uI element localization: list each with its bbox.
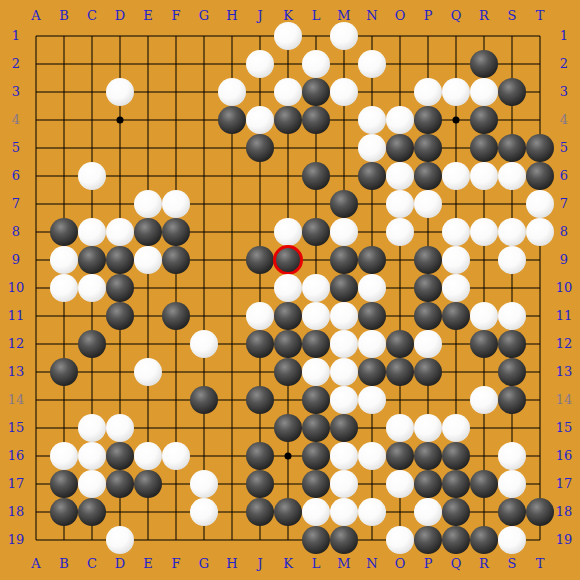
intersection-P8[interactable] xyxy=(414,218,442,246)
intersection-S11[interactable] xyxy=(498,302,526,330)
intersection-R12[interactable] xyxy=(470,330,498,358)
intersection-L16[interactable] xyxy=(302,442,330,470)
intersection-O9[interactable] xyxy=(386,246,414,274)
intersection-P6[interactable] xyxy=(414,162,442,190)
intersection-A9[interactable] xyxy=(22,246,50,274)
intersection-Q16[interactable] xyxy=(442,442,470,470)
intersection-T6[interactable] xyxy=(526,162,554,190)
intersection-M9[interactable] xyxy=(330,246,358,274)
intersection-N8[interactable] xyxy=(358,218,386,246)
intersection-M2[interactable] xyxy=(330,50,358,78)
intersection-S18[interactable] xyxy=(498,498,526,526)
intersection-K14[interactable] xyxy=(274,386,302,414)
intersection-H13[interactable] xyxy=(218,358,246,386)
intersection-B7[interactable] xyxy=(50,190,78,218)
intersection-G9[interactable] xyxy=(190,246,218,274)
intersection-Q7[interactable] xyxy=(442,190,470,218)
intersection-S10[interactable] xyxy=(498,274,526,302)
intersection-O7[interactable] xyxy=(386,190,414,218)
intersection-H19[interactable] xyxy=(218,526,246,554)
intersection-R15[interactable] xyxy=(470,414,498,442)
intersection-H11[interactable] xyxy=(218,302,246,330)
intersection-E2[interactable] xyxy=(134,50,162,78)
intersection-H12[interactable] xyxy=(218,330,246,358)
intersection-Q4[interactable] xyxy=(442,106,470,134)
intersection-L3[interactable] xyxy=(302,78,330,106)
intersection-J11[interactable] xyxy=(246,302,274,330)
intersection-N4[interactable] xyxy=(358,106,386,134)
intersection-N18[interactable] xyxy=(358,498,386,526)
intersection-K7[interactable] xyxy=(274,190,302,218)
intersection-B18[interactable] xyxy=(50,498,78,526)
intersection-C7[interactable] xyxy=(78,190,106,218)
intersection-H9[interactable] xyxy=(218,246,246,274)
intersection-F10[interactable] xyxy=(162,274,190,302)
intersection-C13[interactable] xyxy=(78,358,106,386)
intersection-M10[interactable] xyxy=(330,274,358,302)
intersection-H14[interactable] xyxy=(218,386,246,414)
intersection-D15[interactable] xyxy=(106,414,134,442)
intersection-G8[interactable] xyxy=(190,218,218,246)
intersection-Q2[interactable] xyxy=(442,50,470,78)
intersection-J7[interactable] xyxy=(246,190,274,218)
intersection-B11[interactable] xyxy=(50,302,78,330)
intersection-A5[interactable] xyxy=(22,134,50,162)
intersection-R4[interactable] xyxy=(470,106,498,134)
intersection-E13[interactable] xyxy=(134,358,162,386)
intersection-P4[interactable] xyxy=(414,106,442,134)
intersection-J16[interactable] xyxy=(246,442,274,470)
intersection-J10[interactable] xyxy=(246,274,274,302)
intersection-B16[interactable] xyxy=(50,442,78,470)
intersection-E6[interactable] xyxy=(134,162,162,190)
intersection-N11[interactable] xyxy=(358,302,386,330)
intersection-T17[interactable] xyxy=(526,470,554,498)
intersection-J13[interactable] xyxy=(246,358,274,386)
intersection-J18[interactable] xyxy=(246,498,274,526)
intersection-A19[interactable] xyxy=(22,526,50,554)
intersection-A4[interactable] xyxy=(22,106,50,134)
intersection-C10[interactable] xyxy=(78,274,106,302)
intersection-L12[interactable] xyxy=(302,330,330,358)
intersection-G12[interactable] xyxy=(190,330,218,358)
intersection-R6[interactable] xyxy=(470,162,498,190)
intersection-T10[interactable] xyxy=(526,274,554,302)
intersection-J8[interactable] xyxy=(246,218,274,246)
intersection-M18[interactable] xyxy=(330,498,358,526)
intersection-B5[interactable] xyxy=(50,134,78,162)
intersection-F3[interactable] xyxy=(162,78,190,106)
intersection-J6[interactable] xyxy=(246,162,274,190)
intersection-F8[interactable] xyxy=(162,218,190,246)
intersection-S7[interactable] xyxy=(498,190,526,218)
intersection-M7[interactable] xyxy=(330,190,358,218)
intersection-Q14[interactable] xyxy=(442,386,470,414)
intersection-Q19[interactable] xyxy=(442,526,470,554)
intersection-R16[interactable] xyxy=(470,442,498,470)
intersection-H16[interactable] xyxy=(218,442,246,470)
intersection-K4[interactable] xyxy=(274,106,302,134)
intersection-J19[interactable] xyxy=(246,526,274,554)
intersection-A3[interactable] xyxy=(22,78,50,106)
intersection-C11[interactable] xyxy=(78,302,106,330)
intersection-D10[interactable] xyxy=(106,274,134,302)
intersection-C9[interactable] xyxy=(78,246,106,274)
intersection-E14[interactable] xyxy=(134,386,162,414)
intersection-L2[interactable] xyxy=(302,50,330,78)
intersection-M8[interactable] xyxy=(330,218,358,246)
intersection-F11[interactable] xyxy=(162,302,190,330)
intersection-P18[interactable] xyxy=(414,498,442,526)
intersection-F16[interactable] xyxy=(162,442,190,470)
intersection-T19[interactable] xyxy=(526,526,554,554)
intersection-S1[interactable] xyxy=(498,22,526,50)
intersection-S12[interactable] xyxy=(498,330,526,358)
intersection-N2[interactable] xyxy=(358,50,386,78)
intersection-N10[interactable] xyxy=(358,274,386,302)
intersection-K9[interactable] xyxy=(274,246,302,274)
intersection-J15[interactable] xyxy=(246,414,274,442)
intersection-G2[interactable] xyxy=(190,50,218,78)
intersection-F17[interactable] xyxy=(162,470,190,498)
intersection-G17[interactable] xyxy=(190,470,218,498)
intersection-P17[interactable] xyxy=(414,470,442,498)
intersection-K2[interactable] xyxy=(274,50,302,78)
intersection-L15[interactable] xyxy=(302,414,330,442)
intersection-O2[interactable] xyxy=(386,50,414,78)
intersection-M16[interactable] xyxy=(330,442,358,470)
intersection-Q9[interactable] xyxy=(442,246,470,274)
intersection-P15[interactable] xyxy=(414,414,442,442)
intersection-O3[interactable] xyxy=(386,78,414,106)
intersection-T3[interactable] xyxy=(526,78,554,106)
intersection-A18[interactable] xyxy=(22,498,50,526)
intersection-P7[interactable] xyxy=(414,190,442,218)
intersection-O4[interactable] xyxy=(386,106,414,134)
intersection-L9[interactable] xyxy=(302,246,330,274)
intersection-T5[interactable] xyxy=(526,134,554,162)
intersection-N13[interactable] xyxy=(358,358,386,386)
intersection-N17[interactable] xyxy=(358,470,386,498)
intersection-A17[interactable] xyxy=(22,470,50,498)
intersection-K1[interactable] xyxy=(274,22,302,50)
intersection-E5[interactable] xyxy=(134,134,162,162)
intersection-M13[interactable] xyxy=(330,358,358,386)
intersection-L1[interactable] xyxy=(302,22,330,50)
intersection-R2[interactable] xyxy=(470,50,498,78)
intersection-Q6[interactable] xyxy=(442,162,470,190)
intersection-E18[interactable] xyxy=(134,498,162,526)
intersection-G11[interactable] xyxy=(190,302,218,330)
intersection-T14[interactable] xyxy=(526,386,554,414)
intersection-S15[interactable] xyxy=(498,414,526,442)
intersection-B13[interactable] xyxy=(50,358,78,386)
intersection-O11[interactable] xyxy=(386,302,414,330)
intersection-D17[interactable] xyxy=(106,470,134,498)
intersection-D14[interactable] xyxy=(106,386,134,414)
intersection-T13[interactable] xyxy=(526,358,554,386)
intersection-R17[interactable] xyxy=(470,470,498,498)
intersection-T15[interactable] xyxy=(526,414,554,442)
intersection-K3[interactable] xyxy=(274,78,302,106)
intersection-Q18[interactable] xyxy=(442,498,470,526)
intersection-A6[interactable] xyxy=(22,162,50,190)
intersection-T7[interactable] xyxy=(526,190,554,218)
intersection-K5[interactable] xyxy=(274,134,302,162)
intersection-K8[interactable] xyxy=(274,218,302,246)
intersection-Q17[interactable] xyxy=(442,470,470,498)
intersection-G6[interactable] xyxy=(190,162,218,190)
intersection-O17[interactable] xyxy=(386,470,414,498)
intersection-C15[interactable] xyxy=(78,414,106,442)
intersection-F2[interactable] xyxy=(162,50,190,78)
intersection-A15[interactable] xyxy=(22,414,50,442)
intersection-G15[interactable] xyxy=(190,414,218,442)
intersection-D16[interactable] xyxy=(106,442,134,470)
intersection-B9[interactable] xyxy=(50,246,78,274)
intersection-K6[interactable] xyxy=(274,162,302,190)
intersection-T11[interactable] xyxy=(526,302,554,330)
intersection-O8[interactable] xyxy=(386,218,414,246)
intersection-B4[interactable] xyxy=(50,106,78,134)
intersection-C1[interactable] xyxy=(78,22,106,50)
intersection-H7[interactable] xyxy=(218,190,246,218)
intersection-N3[interactable] xyxy=(358,78,386,106)
intersection-E19[interactable] xyxy=(134,526,162,554)
intersection-J5[interactable] xyxy=(246,134,274,162)
intersection-S5[interactable] xyxy=(498,134,526,162)
intersection-G4[interactable] xyxy=(190,106,218,134)
intersection-G5[interactable] xyxy=(190,134,218,162)
intersection-N9[interactable] xyxy=(358,246,386,274)
intersection-R8[interactable] xyxy=(470,218,498,246)
intersection-T9[interactable] xyxy=(526,246,554,274)
intersection-A10[interactable] xyxy=(22,274,50,302)
intersection-O18[interactable] xyxy=(386,498,414,526)
intersection-F18[interactable] xyxy=(162,498,190,526)
intersection-L13[interactable] xyxy=(302,358,330,386)
intersection-S2[interactable] xyxy=(498,50,526,78)
intersection-S4[interactable] xyxy=(498,106,526,134)
intersection-S6[interactable] xyxy=(498,162,526,190)
intersection-B17[interactable] xyxy=(50,470,78,498)
intersection-C17[interactable] xyxy=(78,470,106,498)
intersection-A7[interactable] xyxy=(22,190,50,218)
intersection-S9[interactable] xyxy=(498,246,526,274)
intersection-F12[interactable] xyxy=(162,330,190,358)
intersection-G14[interactable] xyxy=(190,386,218,414)
intersection-C14[interactable] xyxy=(78,386,106,414)
intersection-L11[interactable] xyxy=(302,302,330,330)
intersection-F6[interactable] xyxy=(162,162,190,190)
intersection-G19[interactable] xyxy=(190,526,218,554)
intersection-D1[interactable] xyxy=(106,22,134,50)
intersection-N14[interactable] xyxy=(358,386,386,414)
intersection-E4[interactable] xyxy=(134,106,162,134)
intersection-H8[interactable] xyxy=(218,218,246,246)
intersection-K15[interactable] xyxy=(274,414,302,442)
intersection-J12[interactable] xyxy=(246,330,274,358)
intersection-D2[interactable] xyxy=(106,50,134,78)
intersection-R7[interactable] xyxy=(470,190,498,218)
intersection-T4[interactable] xyxy=(526,106,554,134)
intersection-J2[interactable] xyxy=(246,50,274,78)
intersection-D19[interactable] xyxy=(106,526,134,554)
intersection-D8[interactable] xyxy=(106,218,134,246)
intersection-F13[interactable] xyxy=(162,358,190,386)
intersection-G10[interactable] xyxy=(190,274,218,302)
intersection-N12[interactable] xyxy=(358,330,386,358)
intersection-C12[interactable] xyxy=(78,330,106,358)
intersection-D18[interactable] xyxy=(106,498,134,526)
intersection-T16[interactable] xyxy=(526,442,554,470)
intersection-B6[interactable] xyxy=(50,162,78,190)
intersection-D9[interactable] xyxy=(106,246,134,274)
intersection-E10[interactable] xyxy=(134,274,162,302)
intersection-L10[interactable] xyxy=(302,274,330,302)
intersection-E1[interactable] xyxy=(134,22,162,50)
intersection-S8[interactable] xyxy=(498,218,526,246)
intersection-M1[interactable] xyxy=(330,22,358,50)
intersection-M5[interactable] xyxy=(330,134,358,162)
intersection-E15[interactable] xyxy=(134,414,162,442)
intersection-F9[interactable] xyxy=(162,246,190,274)
intersection-Q1[interactable] xyxy=(442,22,470,50)
intersection-K13[interactable] xyxy=(274,358,302,386)
intersection-O15[interactable] xyxy=(386,414,414,442)
intersection-Q12[interactable] xyxy=(442,330,470,358)
intersection-L14[interactable] xyxy=(302,386,330,414)
intersection-E8[interactable] xyxy=(134,218,162,246)
intersection-M15[interactable] xyxy=(330,414,358,442)
intersection-B1[interactable] xyxy=(50,22,78,50)
intersection-L7[interactable] xyxy=(302,190,330,218)
intersection-F1[interactable] xyxy=(162,22,190,50)
intersection-B19[interactable] xyxy=(50,526,78,554)
intersection-A14[interactable] xyxy=(22,386,50,414)
intersection-A2[interactable] xyxy=(22,50,50,78)
intersection-E17[interactable] xyxy=(134,470,162,498)
intersection-P13[interactable] xyxy=(414,358,442,386)
intersection-P14[interactable] xyxy=(414,386,442,414)
intersection-O13[interactable] xyxy=(386,358,414,386)
intersection-K16[interactable] xyxy=(274,442,302,470)
intersection-N7[interactable] xyxy=(358,190,386,218)
intersection-H2[interactable] xyxy=(218,50,246,78)
intersection-T8[interactable] xyxy=(526,218,554,246)
intersection-T12[interactable] xyxy=(526,330,554,358)
intersection-E9[interactable] xyxy=(134,246,162,274)
intersection-P2[interactable] xyxy=(414,50,442,78)
intersection-O1[interactable] xyxy=(386,22,414,50)
intersection-M3[interactable] xyxy=(330,78,358,106)
intersection-M11[interactable] xyxy=(330,302,358,330)
intersection-N16[interactable] xyxy=(358,442,386,470)
intersection-C8[interactable] xyxy=(78,218,106,246)
intersection-A16[interactable] xyxy=(22,442,50,470)
intersection-P9[interactable] xyxy=(414,246,442,274)
intersection-O12[interactable] xyxy=(386,330,414,358)
intersection-G13[interactable] xyxy=(190,358,218,386)
intersection-S17[interactable] xyxy=(498,470,526,498)
intersection-L4[interactable] xyxy=(302,106,330,134)
intersection-R14[interactable] xyxy=(470,386,498,414)
intersection-E7[interactable] xyxy=(134,190,162,218)
intersection-B14[interactable] xyxy=(50,386,78,414)
intersection-D3[interactable] xyxy=(106,78,134,106)
intersection-N19[interactable] xyxy=(358,526,386,554)
intersection-K19[interactable] xyxy=(274,526,302,554)
intersection-Q3[interactable] xyxy=(442,78,470,106)
intersection-D4[interactable] xyxy=(106,106,134,134)
intersection-H15[interactable] xyxy=(218,414,246,442)
intersection-P3[interactable] xyxy=(414,78,442,106)
intersection-Q8[interactable] xyxy=(442,218,470,246)
intersection-R1[interactable] xyxy=(470,22,498,50)
intersection-Q11[interactable] xyxy=(442,302,470,330)
intersection-L17[interactable] xyxy=(302,470,330,498)
intersection-T18[interactable] xyxy=(526,498,554,526)
intersection-M4[interactable] xyxy=(330,106,358,134)
intersection-F15[interactable] xyxy=(162,414,190,442)
intersection-C18[interactable] xyxy=(78,498,106,526)
intersection-H4[interactable] xyxy=(218,106,246,134)
intersection-T2[interactable] xyxy=(526,50,554,78)
intersection-E12[interactable] xyxy=(134,330,162,358)
intersection-P1[interactable] xyxy=(414,22,442,50)
intersection-F14[interactable] xyxy=(162,386,190,414)
intersection-P19[interactable] xyxy=(414,526,442,554)
intersection-G16[interactable] xyxy=(190,442,218,470)
intersection-P11[interactable] xyxy=(414,302,442,330)
intersection-O10[interactable] xyxy=(386,274,414,302)
intersection-H3[interactable] xyxy=(218,78,246,106)
intersection-M19[interactable] xyxy=(330,526,358,554)
intersection-O16[interactable] xyxy=(386,442,414,470)
intersection-O14[interactable] xyxy=(386,386,414,414)
intersection-C2[interactable] xyxy=(78,50,106,78)
intersection-A11[interactable] xyxy=(22,302,50,330)
intersection-R3[interactable] xyxy=(470,78,498,106)
intersection-K10[interactable] xyxy=(274,274,302,302)
intersection-C19[interactable] xyxy=(78,526,106,554)
intersection-R13[interactable] xyxy=(470,358,498,386)
intersection-K17[interactable] xyxy=(274,470,302,498)
intersection-F5[interactable] xyxy=(162,134,190,162)
intersection-E11[interactable] xyxy=(134,302,162,330)
intersection-F7[interactable] xyxy=(162,190,190,218)
board-grid[interactable] xyxy=(22,22,554,554)
intersection-A8[interactable] xyxy=(22,218,50,246)
intersection-P5[interactable] xyxy=(414,134,442,162)
intersection-C16[interactable] xyxy=(78,442,106,470)
intersection-G3[interactable] xyxy=(190,78,218,106)
intersection-K18[interactable] xyxy=(274,498,302,526)
intersection-H6[interactable] xyxy=(218,162,246,190)
intersection-H1[interactable] xyxy=(218,22,246,50)
intersection-J4[interactable] xyxy=(246,106,274,134)
intersection-R5[interactable] xyxy=(470,134,498,162)
intersection-B10[interactable] xyxy=(50,274,78,302)
intersection-M6[interactable] xyxy=(330,162,358,190)
intersection-J3[interactable] xyxy=(246,78,274,106)
intersection-S16[interactable] xyxy=(498,442,526,470)
intersection-Q15[interactable] xyxy=(442,414,470,442)
intersection-D12[interactable] xyxy=(106,330,134,358)
intersection-B3[interactable] xyxy=(50,78,78,106)
intersection-S19[interactable] xyxy=(498,526,526,554)
intersection-F19[interactable] xyxy=(162,526,190,554)
